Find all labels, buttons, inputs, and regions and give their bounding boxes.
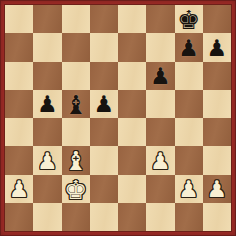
square-d6[interactable] <box>90 62 118 90</box>
square-e7[interactable] <box>118 33 146 61</box>
black-king-g8[interactable]: ♚ <box>177 7 200 33</box>
square-c7[interactable] <box>62 33 90 61</box>
square-c3[interactable]: ♝ <box>62 146 90 174</box>
square-g6[interactable] <box>175 62 203 90</box>
square-h3[interactable] <box>203 146 231 174</box>
white-pawn-g2[interactable]: ♟ <box>178 178 199 201</box>
square-h1[interactable] <box>203 203 231 231</box>
black-pawn-b5[interactable]: ♟ <box>37 93 58 116</box>
square-a5[interactable] <box>5 90 33 118</box>
square-c8[interactable] <box>62 5 90 33</box>
square-b1[interactable] <box>33 203 61 231</box>
square-f5[interactable] <box>146 90 174 118</box>
square-f1[interactable] <box>146 203 174 231</box>
square-h4[interactable] <box>203 118 231 146</box>
white-bishop-c3[interactable]: ♝ <box>64 148 87 174</box>
square-f7[interactable] <box>146 33 174 61</box>
black-pawn-h7[interactable]: ♟ <box>207 37 228 60</box>
black-bishop-c5[interactable]: ♝ <box>64 92 87 118</box>
square-d3[interactable] <box>90 146 118 174</box>
square-g4[interactable] <box>175 118 203 146</box>
black-pawn-f6[interactable]: ♟ <box>150 65 171 88</box>
white-pawn-h2[interactable]: ♟ <box>207 178 228 201</box>
square-g7[interactable]: ♟ <box>175 33 203 61</box>
square-e5[interactable] <box>118 90 146 118</box>
square-d4[interactable] <box>90 118 118 146</box>
square-c5[interactable]: ♝ <box>62 90 90 118</box>
square-e3[interactable] <box>118 146 146 174</box>
square-a2[interactable]: ♟ <box>5 175 33 203</box>
square-f8[interactable] <box>146 5 174 33</box>
square-d5[interactable]: ♟ <box>90 90 118 118</box>
square-e1[interactable] <box>118 203 146 231</box>
white-pawn-f3[interactable]: ♟ <box>150 150 171 173</box>
black-pawn-g7[interactable]: ♟ <box>178 37 199 60</box>
square-e6[interactable] <box>118 62 146 90</box>
square-b8[interactable] <box>33 5 61 33</box>
square-h8[interactable] <box>203 5 231 33</box>
square-e8[interactable] <box>118 5 146 33</box>
square-d7[interactable] <box>90 33 118 61</box>
square-d2[interactable] <box>90 175 118 203</box>
square-c1[interactable] <box>62 203 90 231</box>
square-b3[interactable]: ♟ <box>33 146 61 174</box>
square-b5[interactable]: ♟ <box>33 90 61 118</box>
square-b7[interactable] <box>33 33 61 61</box>
square-g3[interactable] <box>175 146 203 174</box>
square-c4[interactable] <box>62 118 90 146</box>
square-g8[interactable]: ♚ <box>175 5 203 33</box>
white-king-c2[interactable]: ♚ <box>64 177 87 203</box>
square-g1[interactable] <box>175 203 203 231</box>
square-a8[interactable] <box>5 5 33 33</box>
square-h6[interactable] <box>203 62 231 90</box>
square-a4[interactable] <box>5 118 33 146</box>
square-e2[interactable] <box>118 175 146 203</box>
square-h7[interactable]: ♟ <box>203 33 231 61</box>
white-pawn-a2[interactable]: ♟ <box>9 178 30 201</box>
square-b6[interactable] <box>33 62 61 90</box>
square-e4[interactable] <box>118 118 146 146</box>
square-d1[interactable] <box>90 203 118 231</box>
chess-board: ♚♟♟♟♟♝♟♟♝♟♟♚♟♟ <box>5 5 231 231</box>
square-a3[interactable] <box>5 146 33 174</box>
square-f2[interactable] <box>146 175 174 203</box>
square-h5[interactable] <box>203 90 231 118</box>
square-c2[interactable]: ♚ <box>62 175 90 203</box>
board-frame: ♚♟♟♟♟♝♟♟♝♟♟♚♟♟ <box>0 0 236 236</box>
square-f3[interactable]: ♟ <box>146 146 174 174</box>
square-f4[interactable] <box>146 118 174 146</box>
square-b2[interactable] <box>33 175 61 203</box>
square-a6[interactable] <box>5 62 33 90</box>
black-pawn-d5[interactable]: ♟ <box>94 93 115 116</box>
square-g5[interactable] <box>175 90 203 118</box>
square-a1[interactable] <box>5 203 33 231</box>
square-b4[interactable] <box>33 118 61 146</box>
square-c6[interactable] <box>62 62 90 90</box>
square-f6[interactable]: ♟ <box>146 62 174 90</box>
square-g2[interactable]: ♟ <box>175 175 203 203</box>
square-h2[interactable]: ♟ <box>203 175 231 203</box>
square-d8[interactable] <box>90 5 118 33</box>
square-a7[interactable] <box>5 33 33 61</box>
white-pawn-b3[interactable]: ♟ <box>37 150 58 173</box>
